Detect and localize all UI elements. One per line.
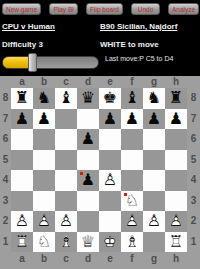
square-d7[interactable] (77, 109, 99, 130)
piece-white-knight-fill: ♞ (33, 232, 55, 253)
file-label-f-bottom: f (121, 253, 143, 267)
rank-label-8-right: 8 (188, 88, 199, 109)
piece-black-knight: ♞ (143, 88, 165, 109)
square-f7[interactable]: ♟ (121, 109, 143, 130)
square-b2[interactable]: ♟♙ (33, 211, 55, 232)
square-a4[interactable] (11, 170, 33, 191)
piece-white-pawn: ♙ (11, 211, 33, 232)
piece-white-knight: ♘ (121, 191, 143, 212)
rank-label-5-left: 5 (0, 150, 11, 171)
square-f6[interactable] (121, 129, 143, 150)
square-a2[interactable]: ♟♙ (11, 211, 33, 232)
square-a1[interactable]: ♜♖ (11, 232, 33, 253)
piece-white-queen: ♕ (77, 232, 99, 253)
piece-black-pawn: ♟ (11, 109, 33, 130)
square-g6[interactable] (143, 129, 165, 150)
square-e7[interactable]: ♟ (99, 109, 121, 130)
square-h1[interactable]: ♜♖ (165, 232, 187, 253)
chess-app: New game Play Bl Flip board Undo Analyze… (0, 0, 200, 269)
square-e6[interactable] (99, 129, 121, 150)
flip-board-button[interactable]: Flip board (86, 3, 123, 15)
file-label-c-bottom: c (55, 253, 77, 267)
square-h6[interactable] (165, 129, 187, 150)
piece-white-pawn-fill: ♟ (165, 211, 187, 232)
square-c3[interactable] (55, 191, 77, 212)
turn-indicator: WHITE to move (100, 40, 159, 49)
piece-white-bishop: ♗ (55, 232, 77, 253)
piece-white-rook-fill: ♜ (11, 232, 33, 253)
square-c7[interactable] (55, 109, 77, 130)
file-label-a-top: a (11, 76, 33, 88)
piece-black-bishop: ♝ (121, 88, 143, 109)
file-label-f-top: f (121, 76, 143, 88)
piece-white-rook-fill: ♜ (165, 232, 187, 253)
toolbar: New game Play Bl Flip board Undo Analyze (0, 0, 200, 17)
square-b1[interactable]: ♞♘ (33, 232, 55, 253)
piece-black-pawn: ♟ (121, 109, 143, 130)
slider-thumb[interactable] (28, 53, 37, 72)
play-black-button[interactable]: Play Bl (49, 3, 78, 15)
file-label-d-top: d (77, 76, 99, 88)
piece-white-king-fill: ♚ (99, 232, 121, 253)
piece-white-knight: ♘ (33, 232, 55, 253)
square-d2[interactable] (77, 211, 99, 232)
square-f5[interactable] (121, 150, 143, 171)
piece-white-pawn: ♙ (33, 211, 55, 232)
square-a8[interactable]: ♜ (11, 88, 33, 109)
board-area: abcdefgh 87654321 ♜♞♝♛♚♝♞♜♟♟♟♟♟♟♟♟♟♙♞♘♟♙… (0, 76, 200, 269)
rank-label-5-right: 5 (188, 150, 199, 171)
file-label-h-bottom: h (165, 253, 187, 267)
piece-black-knight: ♞ (33, 88, 55, 109)
square-h8[interactable]: ♜ (165, 88, 187, 109)
file-label-b-top: b (33, 76, 55, 88)
square-a3[interactable] (11, 191, 33, 212)
square-b5[interactable] (33, 150, 55, 171)
piece-white-bishop: ♗ (121, 232, 143, 253)
square-d5[interactable] (77, 150, 99, 171)
square-f1[interactable]: ♝♗ (121, 232, 143, 253)
rank-label-2-left: 2 (0, 211, 11, 232)
rank-label-7-right: 7 (188, 109, 199, 130)
piece-black-rook: ♜ (11, 88, 33, 109)
rank-label-2-right: 2 (188, 211, 199, 232)
square-c4[interactable] (55, 170, 77, 191)
square-g2[interactable]: ♟♙ (143, 211, 165, 232)
square-e1[interactable]: ♚♔ (99, 232, 121, 253)
square-h3[interactable] (165, 191, 187, 212)
square-b4[interactable] (33, 170, 55, 191)
square-b6[interactable] (33, 129, 55, 150)
square-d1[interactable]: ♛♕ (77, 232, 99, 253)
square-h2[interactable]: ♟♙ (165, 211, 187, 232)
piece-black-pawn: ♟ (77, 129, 99, 150)
piece-black-rook: ♜ (165, 88, 187, 109)
file-label-e-top: e (99, 76, 121, 88)
square-c8[interactable]: ♝ (55, 88, 77, 109)
undo-button[interactable]: Undo (131, 3, 160, 15)
piece-white-rook: ♖ (165, 232, 187, 253)
file-label-b-bottom: b (33, 253, 55, 267)
rank-label-1-left: 1 (0, 232, 11, 253)
status-row-difficulty: Difficulty 3 WHITE to move (2, 40, 198, 49)
piece-white-pawn-fill: ♟ (143, 211, 165, 232)
rank-label-6-right: 6 (188, 129, 199, 150)
file-label-h-top: h (165, 76, 187, 88)
square-d4[interactable]: ♟ (77, 170, 99, 191)
piece-black-bishop: ♝ (55, 88, 77, 109)
piece-white-knight-fill: ♞ (121, 191, 143, 212)
opening-name[interactable]: B90 Sicilian, Najdorf (100, 22, 177, 31)
square-e3[interactable] (99, 191, 121, 212)
new-game-button[interactable]: New game (2, 3, 41, 15)
square-a6[interactable] (11, 129, 33, 150)
rank-label-4-right: 4 (188, 170, 199, 191)
square-g5[interactable] (143, 150, 165, 171)
rank-label-1-right: 1 (188, 232, 199, 253)
file-label-g-bottom: g (143, 253, 165, 267)
piece-white-pawn-fill: ♟ (55, 211, 77, 232)
square-c5[interactable] (55, 150, 77, 171)
piece-white-queen-fill: ♛ (77, 232, 99, 253)
square-b7[interactable]: ♟ (33, 109, 55, 130)
analyze-button[interactable]: Analyze (168, 3, 199, 15)
status-row-players: CPU v Human B90 Sicilian, Najdorf (2, 22, 198, 31)
square-e4[interactable]: ♟♙ (99, 170, 121, 191)
players-selector[interactable]: CPU v Human (2, 22, 55, 31)
square-g1[interactable] (143, 232, 165, 253)
last-move-label: Last move:P C5 to D4 (105, 55, 173, 62)
piece-white-pawn-fill: ♟ (11, 211, 33, 232)
square-f8[interactable]: ♝ (121, 88, 143, 109)
rank-label-3-right: 3 (188, 191, 199, 212)
square-f4[interactable] (121, 170, 143, 191)
file-label-a-bottom: a (11, 253, 33, 267)
slider-track (2, 56, 99, 69)
square-b8[interactable]: ♞ (33, 88, 55, 109)
square-g3[interactable] (143, 191, 165, 212)
square-f3[interactable]: ♞♘ (121, 191, 143, 212)
square-e2[interactable] (99, 211, 121, 232)
piece-white-bishop-fill: ♝ (121, 232, 143, 253)
piece-black-king: ♚ (99, 88, 121, 109)
file-label-g-top: g (143, 76, 165, 88)
piece-white-pawn-fill: ♟ (121, 211, 143, 232)
square-d3[interactable] (77, 191, 99, 212)
piece-white-pawn: ♙ (99, 170, 121, 191)
square-d8[interactable]: ♛ (77, 88, 99, 109)
square-h5[interactable] (165, 150, 187, 171)
piece-white-pawn: ♙ (143, 211, 165, 232)
square-e5[interactable] (99, 150, 121, 171)
file-labels-top: abcdefgh (11, 76, 187, 88)
chess-board: ♜♞♝♛♚♝♞♜♟♟♟♟♟♟♟♟♟♙♞♘♟♙♟♙♟♙♟♙♟♙♟♙♜♖♞♘♝♗♛♕… (11, 88, 187, 252)
file-labels-bottom: abcdefgh (11, 253, 187, 267)
square-b3[interactable] (33, 191, 55, 212)
square-c1[interactable]: ♝♗ (55, 232, 77, 253)
square-a7[interactable]: ♟ (11, 109, 33, 130)
piece-black-pawn: ♟ (165, 109, 187, 130)
file-label-d-bottom: d (77, 253, 99, 267)
square-a5[interactable] (11, 150, 33, 171)
file-label-c-top: c (55, 76, 77, 88)
square-f2[interactable]: ♟♙ (121, 211, 143, 232)
piece-black-pawn: ♟ (99, 109, 121, 130)
file-label-e-bottom: e (99, 253, 121, 267)
square-e8[interactable]: ♚ (99, 88, 121, 109)
rank-label-6-left: 6 (0, 129, 11, 150)
piece-black-queen: ♛ (77, 88, 99, 109)
square-d6[interactable]: ♟ (77, 129, 99, 150)
rank-labels-right: 87654321 (188, 88, 199, 252)
piece-white-pawn: ♙ (165, 211, 187, 232)
rank-label-7-left: 7 (0, 109, 11, 130)
piece-black-pawn: ♟ (33, 109, 55, 130)
piece-white-rook: ♖ (11, 232, 33, 253)
square-g7[interactable]: ♟ (143, 109, 165, 130)
piece-white-bishop-fill: ♝ (55, 232, 77, 253)
rank-label-4-left: 4 (0, 170, 11, 191)
piece-black-pawn: ♟ (77, 170, 99, 191)
rank-label-3-left: 3 (0, 191, 11, 212)
difficulty-slider[interactable] (2, 53, 99, 72)
piece-white-pawn-fill: ♟ (33, 211, 55, 232)
square-c6[interactable] (55, 129, 77, 150)
piece-black-pawn: ♟ (143, 109, 165, 130)
square-h4[interactable] (165, 170, 187, 191)
square-c2[interactable]: ♟♙ (55, 211, 77, 232)
square-h7[interactable]: ♟ (165, 109, 187, 130)
piece-white-pawn: ♙ (55, 211, 77, 232)
difficulty-label: Difficulty 3 (2, 40, 43, 49)
piece-white-pawn-fill: ♟ (99, 170, 121, 191)
rank-labels-left: 87654321 (0, 88, 11, 252)
square-g4[interactable] (143, 170, 165, 191)
square-g8[interactable]: ♞ (143, 88, 165, 109)
rank-label-8-left: 8 (0, 88, 11, 109)
piece-white-king: ♔ (99, 232, 121, 253)
piece-white-pawn: ♙ (121, 211, 143, 232)
